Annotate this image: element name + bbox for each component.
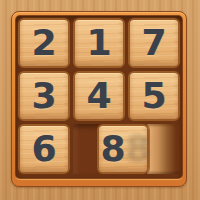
tile-8-number: 8: [89, 126, 137, 172]
tile-2[interactable]: 2: [18, 18, 70, 68]
board-frame: 217345688: [11, 11, 187, 187]
tile-3[interactable]: 3: [18, 71, 70, 121]
tile-5[interactable]: 5: [128, 71, 180, 121]
tile-7-number: 7: [130, 20, 178, 66]
tile-1[interactable]: 1: [73, 18, 125, 68]
tile-7[interactable]: 7: [128, 18, 180, 68]
tile-4-number: 4: [75, 73, 123, 119]
tile-8[interactable]: 88: [97, 124, 149, 174]
puzzle-screen: 217345688: [0, 0, 200, 200]
puzzle-board: 217345688: [16, 16, 182, 178]
tile-4[interactable]: 4: [73, 71, 125, 121]
tile-2-number: 2: [20, 20, 68, 66]
tile-3-number: 3: [20, 73, 68, 119]
tile-6[interactable]: 6: [18, 124, 70, 174]
tile-5-number: 5: [130, 73, 178, 119]
tile-6-number: 6: [20, 126, 68, 172]
tile-1-number: 1: [75, 20, 123, 66]
